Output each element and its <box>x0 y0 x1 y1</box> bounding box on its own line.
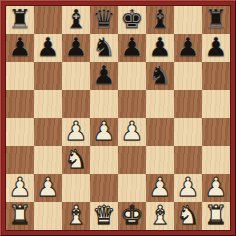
square-f6[interactable]: ♞ <box>146 62 174 90</box>
white-knight: ♞ <box>64 146 87 173</box>
square-c5[interactable] <box>62 90 90 118</box>
black-pawn: ♟ <box>64 34 87 61</box>
square-d5[interactable] <box>90 90 118 118</box>
square-b4[interactable] <box>34 118 62 146</box>
square-a3[interactable] <box>6 146 34 174</box>
square-b5[interactable] <box>34 90 62 118</box>
white-pawn: ♟ <box>204 174 227 201</box>
square-g5[interactable] <box>174 90 202 118</box>
square-g8[interactable] <box>174 6 202 34</box>
white-bishop: ♝ <box>148 202 171 229</box>
white-pawn: ♟ <box>36 174 59 201</box>
black-knight: ♞ <box>148 62 171 89</box>
black-bishop: ♝ <box>148 6 171 33</box>
square-h3[interactable] <box>202 146 230 174</box>
square-d1[interactable]: ♛ <box>90 202 118 230</box>
square-a1[interactable]: ♜ <box>6 202 34 230</box>
chess-board: ♜♝♛♚♝♜♟♟♟♞♟♟♟♟♟♞♟♟♟♞♟♟♟♟♟♜♝♛♚♝♞♜ <box>6 6 230 230</box>
white-pawn: ♟ <box>64 118 87 145</box>
square-a7[interactable]: ♟ <box>6 34 34 62</box>
square-d2[interactable] <box>90 174 118 202</box>
square-d4[interactable]: ♟ <box>90 118 118 146</box>
white-bishop: ♝ <box>64 202 87 229</box>
black-pawn: ♟ <box>8 34 31 61</box>
square-g7[interactable]: ♟ <box>174 34 202 62</box>
square-e6[interactable] <box>118 62 146 90</box>
square-f3[interactable] <box>146 146 174 174</box>
black-queen: ♛ <box>92 6 115 33</box>
square-h6[interactable] <box>202 62 230 90</box>
square-b8[interactable] <box>34 6 62 34</box>
square-e5[interactable] <box>118 90 146 118</box>
square-c6[interactable] <box>62 62 90 90</box>
square-g3[interactable] <box>174 146 202 174</box>
black-pawn: ♟ <box>148 34 171 61</box>
square-b2[interactable]: ♟ <box>34 174 62 202</box>
square-b7[interactable]: ♟ <box>34 34 62 62</box>
square-h7[interactable]: ♟ <box>202 34 230 62</box>
black-knight: ♞ <box>92 34 115 61</box>
white-knight: ♞ <box>176 202 199 229</box>
square-c7[interactable]: ♟ <box>62 34 90 62</box>
square-e3[interactable] <box>118 146 146 174</box>
board-frame: ♜♝♛♚♝♜♟♟♟♞♟♟♟♟♟♞♟♟♟♞♟♟♟♟♟♜♝♛♚♝♞♜ <box>0 0 236 236</box>
white-pawn: ♟ <box>176 174 199 201</box>
square-b1[interactable] <box>34 202 62 230</box>
square-f2[interactable]: ♟ <box>146 174 174 202</box>
square-d6[interactable]: ♟ <box>90 62 118 90</box>
square-h1[interactable]: ♜ <box>202 202 230 230</box>
black-pawn: ♟ <box>176 34 199 61</box>
square-g1[interactable]: ♞ <box>174 202 202 230</box>
square-c1[interactable]: ♝ <box>62 202 90 230</box>
square-h4[interactable] <box>202 118 230 146</box>
square-g4[interactable] <box>174 118 202 146</box>
square-f1[interactable]: ♝ <box>146 202 174 230</box>
square-b3[interactable] <box>34 146 62 174</box>
square-a8[interactable]: ♜ <box>6 6 34 34</box>
square-h8[interactable]: ♜ <box>202 6 230 34</box>
square-c4[interactable]: ♟ <box>62 118 90 146</box>
white-rook: ♜ <box>8 202 31 229</box>
square-e1[interactable]: ♚ <box>118 202 146 230</box>
square-a4[interactable] <box>6 118 34 146</box>
square-f4[interactable] <box>146 118 174 146</box>
square-a6[interactable] <box>6 62 34 90</box>
square-e4[interactable]: ♟ <box>118 118 146 146</box>
black-rook: ♜ <box>8 6 31 33</box>
white-pawn: ♟ <box>148 174 171 201</box>
square-a5[interactable] <box>6 90 34 118</box>
white-pawn: ♟ <box>8 174 31 201</box>
black-bishop: ♝ <box>64 6 87 33</box>
square-g6[interactable] <box>174 62 202 90</box>
square-h2[interactable]: ♟ <box>202 174 230 202</box>
black-king: ♚ <box>120 6 143 33</box>
black-pawn: ♟ <box>36 34 59 61</box>
square-d3[interactable] <box>90 146 118 174</box>
square-e7[interactable]: ♟ <box>118 34 146 62</box>
square-f8[interactable]: ♝ <box>146 6 174 34</box>
square-c8[interactable]: ♝ <box>62 6 90 34</box>
black-pawn: ♟ <box>120 34 143 61</box>
square-f5[interactable] <box>146 90 174 118</box>
square-f7[interactable]: ♟ <box>146 34 174 62</box>
square-g2[interactable]: ♟ <box>174 174 202 202</box>
white-pawn: ♟ <box>92 118 115 145</box>
square-d8[interactable]: ♛ <box>90 6 118 34</box>
square-b6[interactable] <box>34 62 62 90</box>
square-c3[interactable]: ♞ <box>62 146 90 174</box>
white-queen: ♛ <box>92 202 115 229</box>
black-pawn: ♟ <box>92 62 115 89</box>
white-rook: ♜ <box>204 202 227 229</box>
black-pawn: ♟ <box>204 34 227 61</box>
square-d7[interactable]: ♞ <box>90 34 118 62</box>
square-e8[interactable]: ♚ <box>118 6 146 34</box>
square-e2[interactable] <box>118 174 146 202</box>
square-c2[interactable] <box>62 174 90 202</box>
square-a2[interactable]: ♟ <box>6 174 34 202</box>
square-h5[interactable] <box>202 90 230 118</box>
black-rook: ♜ <box>204 6 227 33</box>
white-king: ♚ <box>120 202 143 229</box>
white-pawn: ♟ <box>120 118 143 145</box>
